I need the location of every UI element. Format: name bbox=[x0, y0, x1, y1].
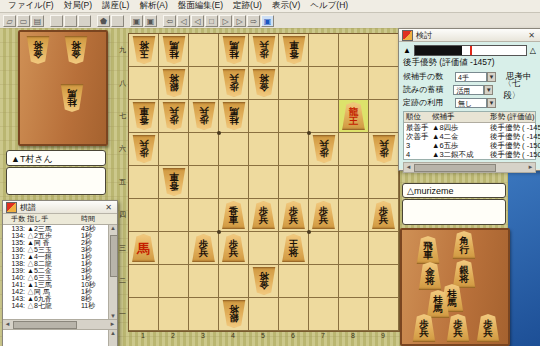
forward-button[interactable]: ▷ bbox=[219, 15, 232, 27]
square-3-2[interactable] bbox=[189, 265, 219, 298]
candidate-row[interactable]: 3▲6五歩後手優勢 ( -1503) bbox=[404, 141, 535, 150]
piece-金-sente[interactable]: 金将 bbox=[64, 36, 88, 64]
piece-歩-gote[interactable]: 歩兵 bbox=[192, 234, 216, 262]
file-label-6: 6 bbox=[278, 332, 308, 339]
kifu-col-header: 指し手 bbox=[27, 214, 81, 224]
square-1-3[interactable]: 馬 bbox=[129, 232, 159, 265]
square-5-3[interactable] bbox=[249, 232, 279, 265]
control-label: 定跡の利用 bbox=[403, 97, 455, 108]
piece-edit-button[interactable]: ⬟ bbox=[97, 15, 110, 27]
square-8-4[interactable] bbox=[339, 199, 369, 232]
piece-桂-sente[interactable]: 桂馬 bbox=[222, 102, 246, 130]
piece-歩-sente[interactable]: 歩兵 bbox=[372, 135, 396, 163]
square-4-3[interactable]: 歩兵 bbox=[219, 232, 249, 265]
open-button[interactable]: ▭ bbox=[17, 15, 30, 27]
candidate-row[interactable]: 最善手▲8四歩後手優勢 ( -1457) bbox=[404, 123, 535, 132]
menu-item-5[interactable]: 定跡(U) bbox=[229, 0, 266, 12]
evaluation-bar bbox=[414, 45, 527, 56]
rank-label-四: 四 bbox=[118, 210, 127, 220]
square-6-7[interactable] bbox=[279, 100, 309, 133]
file-label-5: 5 bbox=[248, 332, 278, 339]
square-1-8[interactable] bbox=[129, 67, 159, 100]
square-4-8[interactable]: 歩兵 bbox=[219, 67, 249, 100]
kifu-move-row[interactable]: 142:△同 馬1秒 bbox=[3, 288, 117, 295]
square-3-9[interactable] bbox=[189, 34, 219, 67]
square-2-4[interactable] bbox=[159, 199, 189, 232]
square-8-6[interactable] bbox=[339, 133, 369, 166]
piece-桂-sente[interactable]: 桂馬 bbox=[222, 36, 246, 64]
square-1-9[interactable]: 玉将 bbox=[129, 34, 159, 67]
piece-歩-sente[interactable]: 歩兵 bbox=[312, 135, 336, 163]
scroll-up-icon[interactable]: ▲ bbox=[109, 225, 117, 233]
file-label-8: 8 bbox=[338, 332, 368, 339]
piece-歩-gote[interactable]: 歩兵 bbox=[222, 234, 246, 262]
square-7-2[interactable] bbox=[309, 265, 339, 298]
control-select[interactable]: 4手 bbox=[455, 72, 487, 82]
rank-label-八: 八 bbox=[118, 78, 127, 88]
piece-歩-sente[interactable]: 歩兵 bbox=[252, 36, 276, 64]
opt1-button[interactable] bbox=[50, 15, 63, 27]
square-8-3[interactable] bbox=[339, 232, 369, 265]
file-label-7: 7 bbox=[308, 332, 338, 339]
square-4-2[interactable] bbox=[219, 265, 249, 298]
kifu-horizontal-scrollbar[interactable]: ◄ ► bbox=[3, 320, 117, 329]
square-5-1[interactable] bbox=[249, 298, 279, 331]
scroll-left-icon[interactable]: ◄ bbox=[404, 163, 413, 172]
chevron-down-icon[interactable]: ▼ bbox=[487, 98, 496, 108]
piece-歩-gote[interactable]: 歩兵 bbox=[282, 201, 306, 229]
back10-button[interactable]: ◁ bbox=[177, 15, 190, 27]
gote-komadai: 飛車角行金将銀将桂馬桂馬歩兵歩兵歩兵 bbox=[400, 228, 510, 346]
square-4-5[interactable] bbox=[219, 166, 249, 199]
square-8-7[interactable]: 龍王 bbox=[339, 100, 369, 133]
square-2-2[interactable] bbox=[159, 265, 189, 298]
last-button[interactable]: ⇨ bbox=[247, 15, 260, 27]
square-5-7[interactable] bbox=[249, 100, 279, 133]
kifu-move-row[interactable]: 134:△2五歩1秒 bbox=[3, 232, 117, 239]
square-5-6[interactable] bbox=[249, 133, 279, 166]
square-7-3[interactable] bbox=[309, 232, 339, 265]
file-label-9: 9 bbox=[368, 332, 398, 339]
kifu-window-title: 棋譜 bbox=[20, 202, 103, 213]
kifu-move-list[interactable]: 133:▲2三馬43秒134:△2五歩1秒135:▲同 香2秒136:△5三玉3… bbox=[3, 225, 117, 320]
kifu-move-row[interactable]: 136:△5三玉3秒 bbox=[3, 246, 117, 253]
piece-金-sente[interactable]: 金将 bbox=[26, 36, 50, 64]
piece-飛-gote[interactable]: 飛車 bbox=[416, 236, 440, 264]
square-1-4[interactable] bbox=[129, 199, 159, 232]
gote-info-box bbox=[402, 199, 506, 225]
kifu-hscroll-thumb[interactable] bbox=[13, 321, 77, 329]
square-9-9[interactable] bbox=[369, 34, 399, 67]
hoshi-dot bbox=[307, 230, 311, 234]
analysis-body: ▲ △ 後手優勢 (評価値 -1457) 候補手の数4手▼思考中読みの蓄積活用▼… bbox=[399, 42, 540, 169]
analysis-titlebar[interactable]: 検討 ✕ bbox=[399, 29, 540, 42]
sente-name-box: ▲T村さん bbox=[6, 150, 106, 166]
scroll-right-icon[interactable]: ► bbox=[526, 163, 535, 172]
control-label: 候補手の数 bbox=[403, 71, 455, 82]
hoshi-dot bbox=[307, 131, 311, 135]
square-3-5[interactable] bbox=[189, 166, 219, 199]
rank-label-七: 七 bbox=[118, 111, 127, 121]
square-2-5[interactable]: 香車 bbox=[159, 166, 189, 199]
square-3-3[interactable]: 歩兵 bbox=[189, 232, 219, 265]
evaluation-text: 後手優勢 (評価値 -1457) bbox=[403, 57, 536, 69]
comment-scrollbar[interactable]: ▲ ▼ bbox=[108, 330, 117, 346]
square-8-2[interactable] bbox=[339, 265, 369, 298]
file-label-2: 2 bbox=[158, 332, 188, 339]
opt2-button[interactable] bbox=[64, 15, 77, 27]
square-8-5[interactable] bbox=[339, 166, 369, 199]
scroll-left-icon[interactable]: ◄ bbox=[3, 320, 12, 329]
kifu-move-row[interactable]: 135:▲同 香2秒 bbox=[3, 239, 117, 246]
square-1-1[interactable] bbox=[129, 298, 159, 331]
piece-角-gote[interactable]: 角行 bbox=[452, 231, 476, 259]
square-6-5[interactable] bbox=[279, 166, 309, 199]
kifu-window: 棋譜 ✕ 手数指し手時間 133:▲2三馬43秒134:△2五歩1秒135:▲同… bbox=[2, 200, 118, 346]
kifu-scroll-thumb[interactable] bbox=[110, 235, 118, 277]
first-button[interactable]: ⇦ bbox=[163, 15, 176, 27]
rank-label-二: 二 bbox=[118, 276, 127, 286]
opt3-button[interactable] bbox=[78, 15, 91, 27]
piece-香-gote[interactable]: 香車 bbox=[222, 201, 246, 229]
kifu-comment-box[interactable]: ▲ ▼ bbox=[3, 329, 117, 346]
square-3-6[interactable] bbox=[189, 133, 219, 166]
square-1-7[interactable]: 香車 bbox=[129, 100, 159, 133]
square-6-1[interactable] bbox=[279, 298, 309, 331]
candidate-col-header: 候補手 bbox=[432, 112, 490, 122]
menu-bar: ファイル(F)対局(P)講座(L)解析(A)盤面編集(E)定跡(U)表示(V)ヘ… bbox=[0, 0, 540, 13]
gote-name: △murizeme bbox=[407, 186, 453, 196]
square-4-7[interactable]: 桂馬 bbox=[219, 100, 249, 133]
square-9-6[interactable]: 歩兵 bbox=[369, 133, 399, 166]
kifu-move-row[interactable]: 137:▲4一銀1秒 bbox=[3, 253, 117, 260]
square-4-1[interactable]: 銀将 bbox=[219, 298, 249, 331]
file-label-3: 3 bbox=[188, 332, 218, 339]
kifu-window-icon bbox=[6, 202, 17, 213]
square-8-8[interactable] bbox=[339, 67, 369, 100]
kifu-vertical-scrollbar[interactable]: ▲ ▼ bbox=[108, 225, 117, 319]
board-win-button[interactable]: ▣ bbox=[130, 15, 143, 27]
gote-name-box: △murizeme bbox=[402, 183, 506, 198]
new-button[interactable]: ▱ bbox=[3, 15, 16, 27]
gote-marker: △ bbox=[530, 46, 536, 55]
menu-item-2[interactable]: 講座(L) bbox=[98, 0, 133, 12]
square-8-9[interactable] bbox=[339, 34, 369, 67]
menu-item-0[interactable]: ファイル(F) bbox=[4, 0, 58, 12]
scroll-right-icon[interactable]: ► bbox=[108, 320, 117, 329]
square-2-1[interactable] bbox=[159, 298, 189, 331]
kifu-move-row[interactable]: 139:▲5二金3秒 bbox=[3, 267, 117, 274]
evaluation-center-line bbox=[470, 46, 472, 55]
square-6-9[interactable]: 香車 bbox=[279, 34, 309, 67]
piece-歩-sente[interactable]: 歩兵 bbox=[162, 102, 186, 130]
rank-label-九: 九 bbox=[118, 45, 127, 55]
piece-金-sente[interactable]: 金将 bbox=[252, 267, 276, 295]
toolbar: ▱▭▤⬟▣▣⇦◁◁□▷▷⇨▣ bbox=[0, 13, 540, 28]
square-5-2[interactable]: 金将 bbox=[249, 265, 279, 298]
square-5-5[interactable] bbox=[249, 166, 279, 199]
square-6-4[interactable]: 歩兵 bbox=[279, 199, 309, 232]
square-3-1[interactable] bbox=[189, 298, 219, 331]
piece-歩-sente[interactable]: 歩兵 bbox=[222, 69, 246, 97]
square-7-1[interactable] bbox=[309, 298, 339, 331]
square-6-2[interactable] bbox=[279, 265, 309, 298]
kifu-col-header: 手数 bbox=[3, 214, 27, 224]
file-label-1: 1 bbox=[128, 332, 158, 339]
piece-銀-sente[interactable]: 銀将 bbox=[162, 69, 186, 97]
hoshi-dot bbox=[217, 131, 221, 135]
square-6-8[interactable] bbox=[279, 67, 309, 100]
square-3-8[interactable] bbox=[189, 67, 219, 100]
square-9-3[interactable] bbox=[369, 232, 399, 265]
piece-歩-gote[interactable]: 歩兵 bbox=[252, 201, 276, 229]
square-2-7[interactable]: 歩兵 bbox=[159, 100, 189, 133]
kifu-move-row[interactable]: 141:▲1三馬10秒 bbox=[3, 281, 117, 288]
square-7-7[interactable] bbox=[309, 100, 339, 133]
square-8-1[interactable] bbox=[339, 298, 369, 331]
scroll-up-icon[interactable]: ▲ bbox=[109, 330, 117, 338]
square-3-4[interactable] bbox=[189, 199, 219, 232]
square-7-8[interactable] bbox=[309, 67, 339, 100]
menu-item-4[interactable]: 盤面編集(E) bbox=[174, 0, 227, 12]
analysis-window: 検討 ✕ ▲ △ 後手優勢 (評価値 -1457) 候補手の数4手▼思考中読みの… bbox=[398, 28, 540, 171]
sente-komadai: 金将金将桂馬 bbox=[18, 30, 108, 146]
square-7-6[interactable]: 歩兵 bbox=[309, 133, 339, 166]
control-label: 読みの蓄積 bbox=[403, 84, 453, 95]
board-win2-button[interactable]: ▣ bbox=[144, 15, 157, 27]
square-5-4[interactable]: 歩兵 bbox=[249, 199, 279, 232]
kifu-close-icon[interactable]: ✕ bbox=[103, 203, 114, 212]
candidate-table[interactable]: 順位候補手形勢 (評価値)最善手▲8四歩後手優勢 ( -1457)次善手▲4二金… bbox=[403, 111, 536, 160]
square-9-2[interactable] bbox=[369, 265, 399, 298]
rank-label-五: 五 bbox=[118, 177, 127, 187]
kifu-move-row[interactable]: 138:△8二龍1秒 bbox=[3, 260, 117, 267]
square-1-6[interactable]: 歩兵 bbox=[129, 133, 159, 166]
candidate-row[interactable]: 次善手▲4二金後手優勢 ( -1457) bbox=[404, 132, 535, 141]
piece-歩-sente[interactable]: 歩兵 bbox=[132, 135, 156, 163]
analysis-horizontal-scrollbar[interactable]: ◄ ► bbox=[403, 162, 536, 173]
piece-香-sente[interactable]: 香車 bbox=[162, 168, 186, 196]
square-9-7[interactable] bbox=[369, 100, 399, 133]
analysis-close-icon[interactable]: ✕ bbox=[526, 31, 537, 40]
piece-銀-gote[interactable]: 銀将 bbox=[452, 260, 476, 288]
square-9-8[interactable] bbox=[369, 67, 399, 100]
piece-歩-gote[interactable]: 歩兵 bbox=[476, 314, 500, 342]
piece-歩-gote[interactable]: 歩兵 bbox=[312, 201, 336, 229]
square-2-8[interactable]: 銀将 bbox=[159, 67, 189, 100]
square-7-4[interactable]: 歩兵 bbox=[309, 199, 339, 232]
square-9-1[interactable] bbox=[369, 298, 399, 331]
square-3-7[interactable]: 歩兵 bbox=[189, 100, 219, 133]
kifu-move-row[interactable]: 143:▲6九香8秒 bbox=[3, 295, 117, 302]
chevron-down-icon[interactable]: ▼ bbox=[487, 72, 496, 82]
piece-馬-gote[interactable]: 馬 bbox=[132, 234, 156, 262]
control-select[interactable]: 活用 bbox=[453, 85, 484, 95]
sente-name: ▲T村さん bbox=[11, 154, 53, 164]
evaluation-fill bbox=[415, 46, 462, 55]
square-1-2[interactable] bbox=[129, 265, 159, 298]
piece-歩-sente[interactable]: 歩兵 bbox=[192, 102, 216, 130]
monitor-button[interactable]: ▣ bbox=[261, 15, 274, 27]
edit2-button[interactable] bbox=[111, 15, 124, 27]
square-1-5[interactable] bbox=[129, 166, 159, 199]
back-button[interactable]: ◁ bbox=[191, 15, 204, 27]
rank-label-六: 六 bbox=[118, 144, 127, 154]
piece-龍-gote[interactable]: 龍王 bbox=[342, 102, 366, 130]
kifu-col-header: 時間 bbox=[81, 214, 99, 224]
piece-歩-gote[interactable]: 歩兵 bbox=[372, 201, 396, 229]
square-4-4[interactable]: 香車 bbox=[219, 199, 249, 232]
piece-桂-sente[interactable]: 桂馬 bbox=[60, 84, 84, 112]
square-9-4[interactable]: 歩兵 bbox=[369, 199, 399, 232]
piece-香-sente[interactable]: 香車 bbox=[132, 102, 156, 130]
square-6-3[interactable]: 王将 bbox=[279, 232, 309, 265]
square-7-5[interactable] bbox=[309, 166, 339, 199]
engine-strength: 〈七段〉 bbox=[503, 78, 536, 102]
square-2-9[interactable]: 桂馬 bbox=[159, 34, 189, 67]
hoshi-dot bbox=[217, 230, 221, 234]
forward10-button[interactable]: ▷ bbox=[233, 15, 246, 27]
kifu-move-row[interactable]: 133:▲2三馬43秒 bbox=[3, 225, 117, 232]
menu-item-3[interactable]: 解析(A) bbox=[135, 0, 171, 12]
square-4-9[interactable]: 桂馬 bbox=[219, 34, 249, 67]
kifu-header: 手数指し手時間 bbox=[3, 214, 117, 225]
rank-label-三: 三 bbox=[118, 243, 127, 253]
stop-button[interactable]: □ bbox=[205, 15, 218, 27]
piece-歩-gote[interactable]: 歩兵 bbox=[412, 314, 436, 342]
menu-item-6[interactable]: 表示(V) bbox=[268, 0, 304, 12]
sente-marker: ▲ bbox=[403, 46, 411, 55]
kifu-titlebar[interactable]: 棋譜 ✕ bbox=[3, 201, 117, 214]
rank-label-一: 一 bbox=[118, 309, 127, 319]
candidate-col-header: 形勢 (評価値) bbox=[490, 112, 534, 122]
file-label-4: 4 bbox=[218, 332, 248, 339]
candidate-col-header: 順位 bbox=[404, 112, 432, 122]
menu-item-1[interactable]: 対局(P) bbox=[60, 0, 96, 12]
scroll-down-icon[interactable]: ▼ bbox=[109, 313, 117, 319]
square-9-5[interactable] bbox=[369, 166, 399, 199]
kifu-move-row[interactable]: 144:△8七龍11秒 bbox=[3, 302, 117, 309]
piece-歩-gote[interactable]: 歩兵 bbox=[446, 314, 470, 342]
square-5-9[interactable]: 歩兵 bbox=[249, 34, 279, 67]
save-button[interactable]: ▤ bbox=[31, 15, 44, 27]
piece-金-sente[interactable]: 金将 bbox=[252, 69, 276, 97]
candidate-row[interactable]: 4▲3二銀不成後手優勢 ( -1503) bbox=[404, 150, 535, 159]
square-4-6[interactable] bbox=[219, 133, 249, 166]
piece-玉-sente[interactable]: 玉将 bbox=[132, 36, 156, 64]
square-2-3[interactable] bbox=[159, 232, 189, 265]
sente-info-box bbox=[6, 167, 106, 195]
kifu-move-row[interactable]: 140:△6三玉1秒 bbox=[3, 274, 117, 281]
control-select[interactable]: 無し bbox=[455, 98, 487, 108]
chevron-down-icon[interactable]: ▼ bbox=[484, 85, 493, 95]
piece-銀-sente[interactable]: 銀将 bbox=[222, 300, 246, 328]
analysis-window-title: 検討 bbox=[416, 30, 526, 41]
piece-王-gote[interactable]: 王将 bbox=[282, 234, 306, 262]
menu-item-7[interactable]: ヘルプ(H) bbox=[306, 0, 352, 12]
analysis-window-icon bbox=[402, 30, 413, 41]
piece-香-sente[interactable]: 香車 bbox=[282, 36, 306, 64]
analysis-hscroll-thumb[interactable] bbox=[414, 164, 496, 172]
square-7-9[interactable] bbox=[309, 34, 339, 67]
piece-桂-sente[interactable]: 桂馬 bbox=[162, 36, 186, 64]
square-5-8[interactable]: 金将 bbox=[249, 67, 279, 100]
shogi-board: 玉将桂馬桂馬歩兵香車銀将歩兵金将香車歩兵歩兵桂馬龍王歩兵歩兵歩兵香車香車歩兵歩兵… bbox=[128, 33, 400, 332]
square-2-6[interactable] bbox=[159, 133, 189, 166]
square-6-6[interactable] bbox=[279, 133, 309, 166]
piece-金-gote[interactable]: 金将 bbox=[418, 262, 442, 290]
